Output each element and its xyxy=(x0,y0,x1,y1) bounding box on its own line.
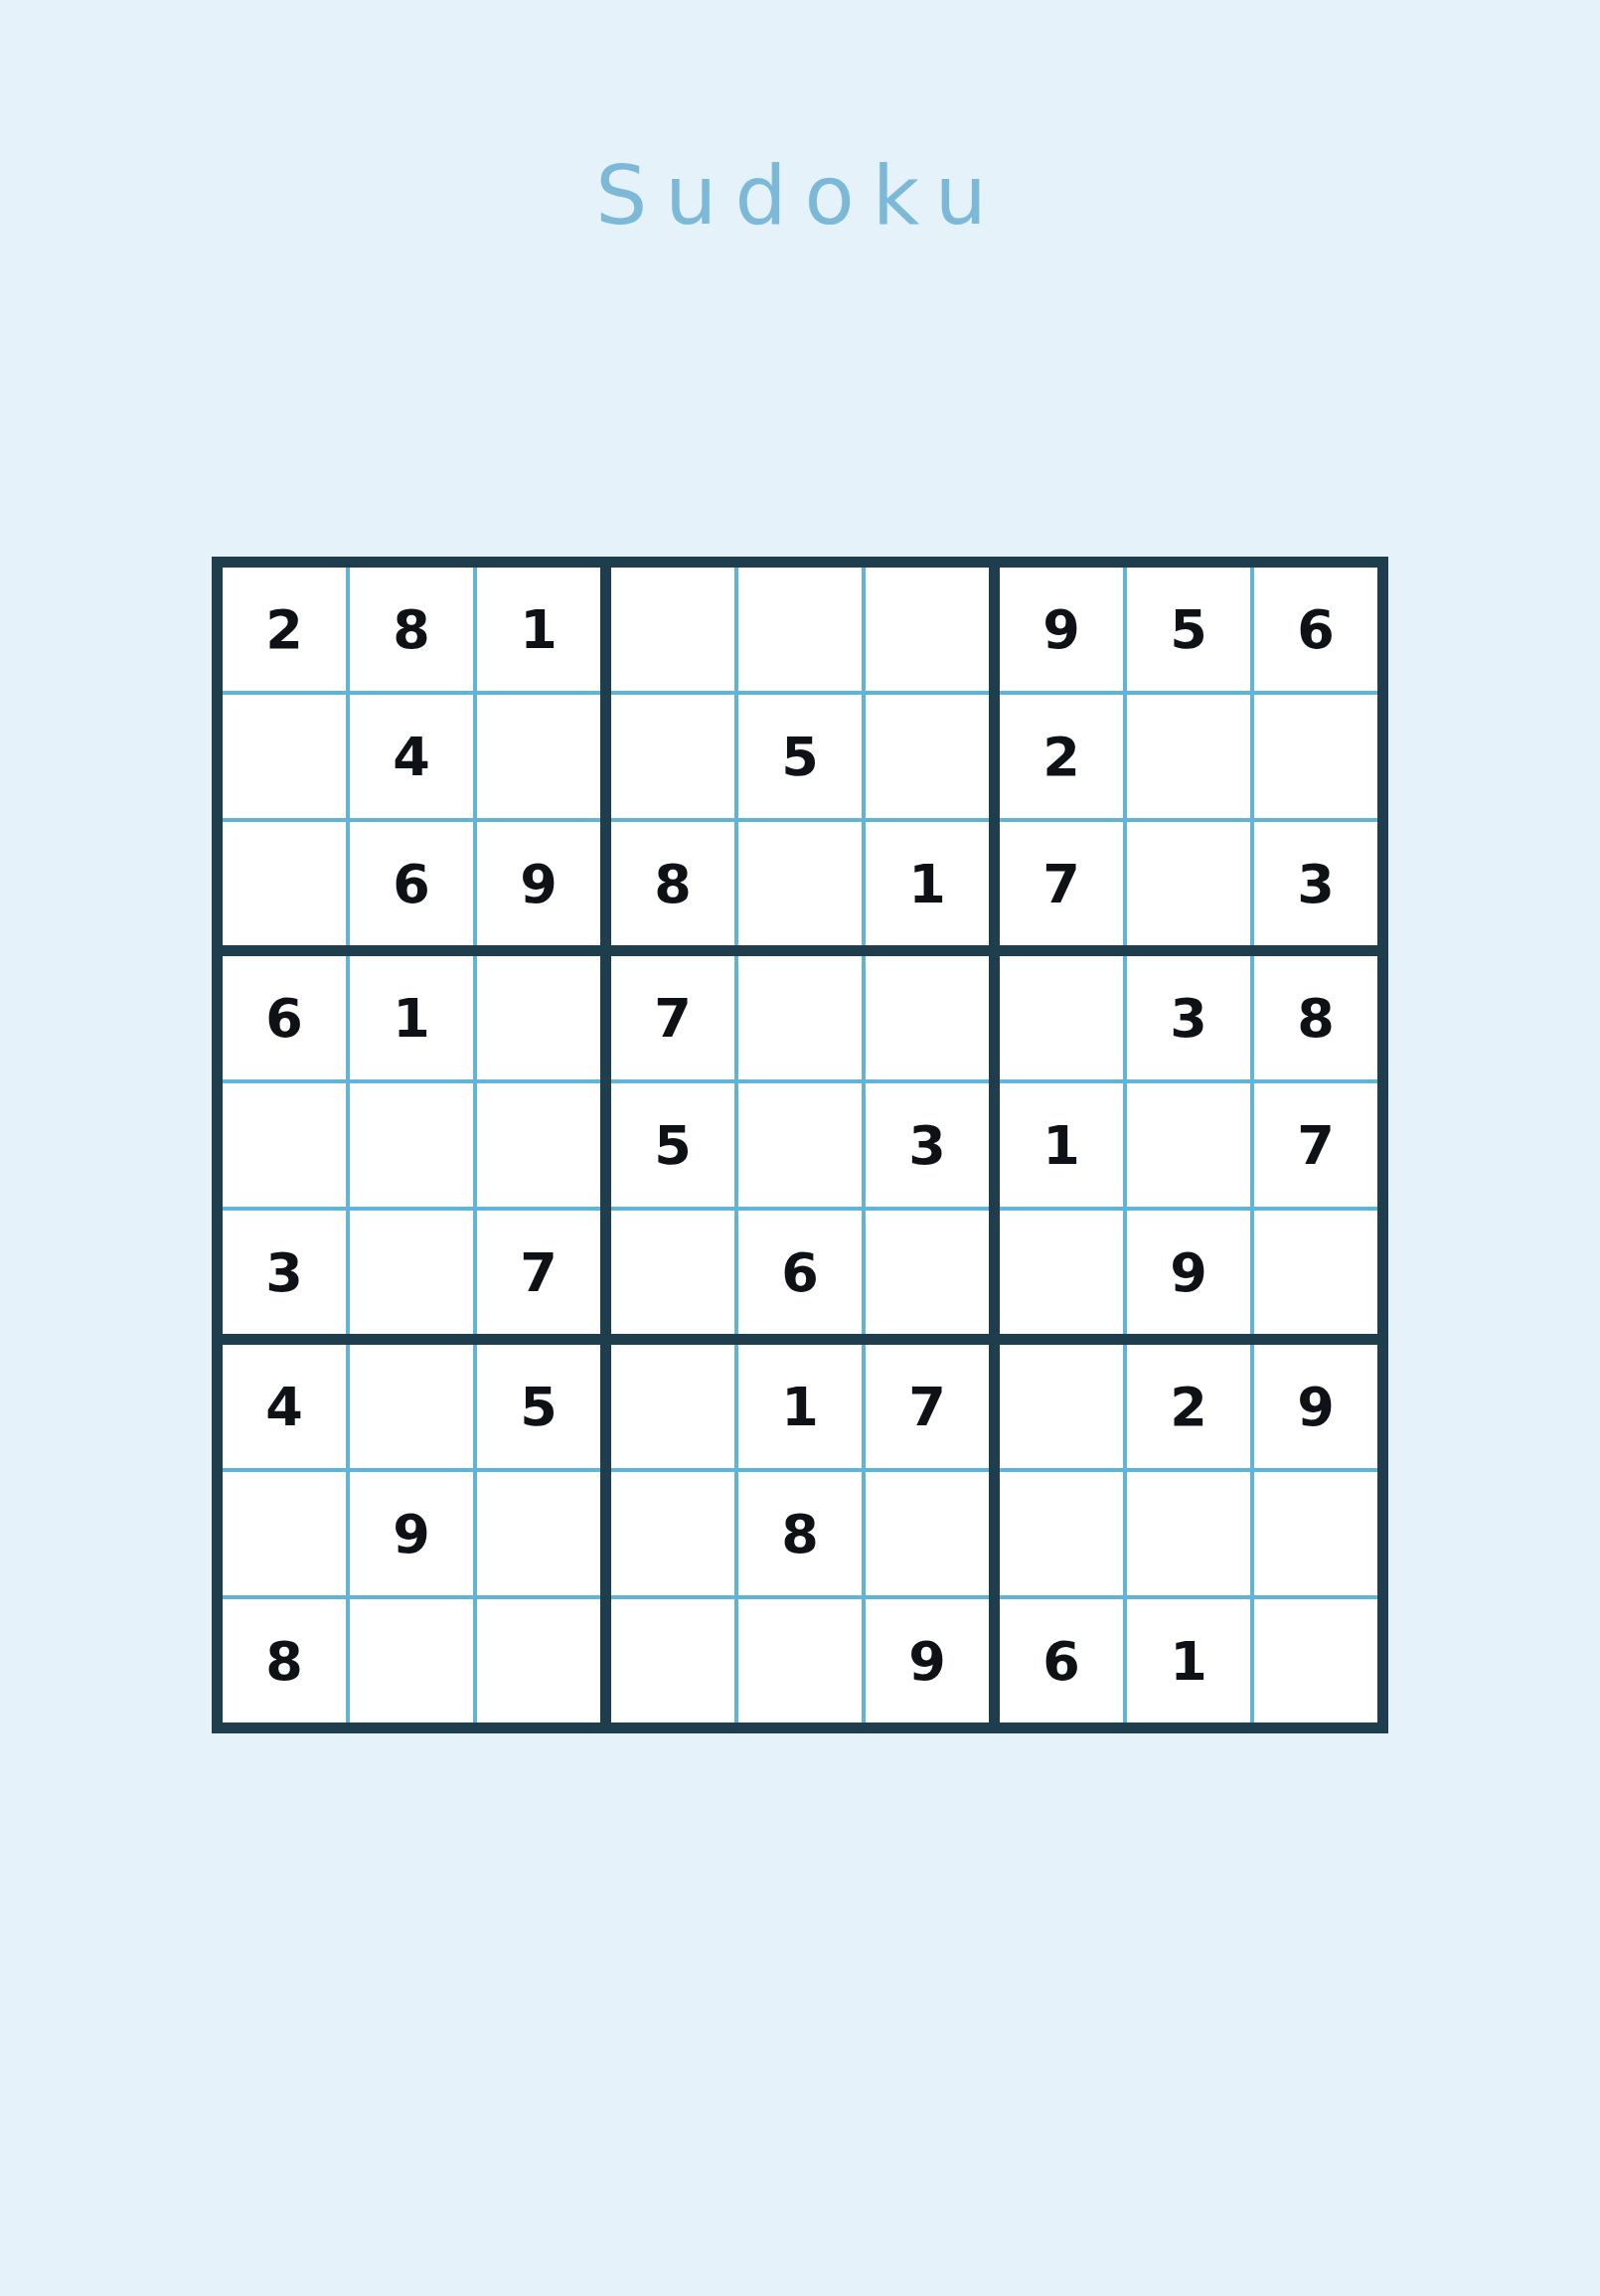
cell-r6c7[interactable] xyxy=(1000,1211,1123,1334)
cell-r7c8[interactable]: 2 xyxy=(1127,1345,1250,1468)
cell-r5c1[interactable] xyxy=(223,1083,346,1207)
cell-r5c4[interactable]: 5 xyxy=(611,1083,734,1207)
box-4: 6137 xyxy=(223,956,600,1334)
box-8: 1789 xyxy=(611,1345,989,1722)
cell-r6c1[interactable]: 3 xyxy=(223,1211,346,1334)
cell-r2c9[interactable] xyxy=(1254,695,1377,818)
cell-r2c2[interactable]: 4 xyxy=(350,695,473,818)
cell-r2c5[interactable]: 5 xyxy=(738,695,862,818)
cell-r6c6[interactable] xyxy=(866,1211,989,1334)
box-9: 2961 xyxy=(1000,1345,1377,1722)
cell-r1c9[interactable]: 6 xyxy=(1254,568,1377,691)
cell-r8c1[interactable] xyxy=(223,1472,346,1595)
cell-r3c8[interactable] xyxy=(1127,822,1250,945)
cell-r5c5[interactable] xyxy=(738,1083,862,1207)
cell-r9c7[interactable]: 6 xyxy=(1000,1599,1123,1722)
cell-r3c9[interactable]: 3 xyxy=(1254,822,1377,945)
cell-r8c2[interactable]: 9 xyxy=(350,1472,473,1595)
cell-r7c7[interactable] xyxy=(1000,1345,1123,1468)
cell-r7c4[interactable] xyxy=(611,1345,734,1468)
cell-r4c6[interactable] xyxy=(866,956,989,1079)
cell-r1c1[interactable]: 2 xyxy=(223,568,346,691)
cell-r2c7[interactable]: 2 xyxy=(1000,695,1123,818)
cell-r6c2[interactable] xyxy=(350,1211,473,1334)
box-2: 581 xyxy=(611,568,989,945)
cell-r7c9[interactable]: 9 xyxy=(1254,1345,1377,1468)
cell-r8c9[interactable] xyxy=(1254,1472,1377,1595)
cell-r1c4[interactable] xyxy=(611,568,734,691)
cell-r4c3[interactable] xyxy=(477,956,600,1079)
cell-r3c7[interactable]: 7 xyxy=(1000,822,1123,945)
cell-r2c1[interactable] xyxy=(223,695,346,818)
cell-r5c9[interactable]: 7 xyxy=(1254,1083,1377,1207)
cell-r3c6[interactable]: 1 xyxy=(866,822,989,945)
cell-r5c8[interactable] xyxy=(1127,1083,1250,1207)
cell-r3c4[interactable]: 8 xyxy=(611,822,734,945)
cell-r8c3[interactable] xyxy=(477,1472,600,1595)
cell-r5c7[interactable]: 1 xyxy=(1000,1083,1123,1207)
sudoku-board: 2814695819562736137753638179459817892961 xyxy=(212,557,1388,1733)
cell-r7c2[interactable] xyxy=(350,1345,473,1468)
cell-r4c7[interactable] xyxy=(1000,956,1123,1079)
box-5: 7536 xyxy=(611,956,989,1334)
cell-r6c9[interactable] xyxy=(1254,1211,1377,1334)
cell-r4c5[interactable] xyxy=(738,956,862,1079)
cell-r7c1[interactable]: 4 xyxy=(223,1345,346,1468)
cell-r2c8[interactable] xyxy=(1127,695,1250,818)
cell-r9c1[interactable]: 8 xyxy=(223,1599,346,1722)
cell-r8c5[interactable]: 8 xyxy=(738,1472,862,1595)
cell-r8c4[interactable] xyxy=(611,1472,734,1595)
page-title: Sudoku xyxy=(0,0,1600,237)
cell-r1c8[interactable]: 5 xyxy=(1127,568,1250,691)
cell-r9c4[interactable] xyxy=(611,1599,734,1722)
cell-r8c6[interactable] xyxy=(866,1472,989,1595)
cell-r4c4[interactable]: 7 xyxy=(611,956,734,1079)
cell-r2c4[interactable] xyxy=(611,695,734,818)
cell-r9c3[interactable] xyxy=(477,1599,600,1722)
cell-r7c6[interactable]: 7 xyxy=(866,1345,989,1468)
cell-r3c1[interactable] xyxy=(223,822,346,945)
box-3: 956273 xyxy=(1000,568,1377,945)
cell-r5c3[interactable] xyxy=(477,1083,600,1207)
cell-r4c9[interactable]: 8 xyxy=(1254,956,1377,1079)
cell-r4c8[interactable]: 3 xyxy=(1127,956,1250,1079)
cell-r1c3[interactable]: 1 xyxy=(477,568,600,691)
cell-r6c5[interactable]: 6 xyxy=(738,1211,862,1334)
cell-r6c3[interactable]: 7 xyxy=(477,1211,600,1334)
cell-r9c6[interactable]: 9 xyxy=(866,1599,989,1722)
cell-r9c2[interactable] xyxy=(350,1599,473,1722)
cell-r2c3[interactable] xyxy=(477,695,600,818)
box-7: 4598 xyxy=(223,1345,600,1722)
cell-r6c8[interactable]: 9 xyxy=(1127,1211,1250,1334)
cell-r8c7[interactable] xyxy=(1000,1472,1123,1595)
cell-r7c5[interactable]: 1 xyxy=(738,1345,862,1468)
cell-r9c5[interactable] xyxy=(738,1599,862,1722)
cell-r1c2[interactable]: 8 xyxy=(350,568,473,691)
cell-r2c6[interactable] xyxy=(866,695,989,818)
cell-r9c9[interactable] xyxy=(1254,1599,1377,1722)
cell-r3c3[interactable]: 9 xyxy=(477,822,600,945)
sudoku-page: Sudoku 281469581956273613775363817945981… xyxy=(0,0,1600,1733)
cell-r1c6[interactable] xyxy=(866,568,989,691)
cell-r9c8[interactable]: 1 xyxy=(1127,1599,1250,1722)
box-6: 38179 xyxy=(1000,956,1377,1334)
cell-r3c2[interactable]: 6 xyxy=(350,822,473,945)
cell-r4c1[interactable]: 6 xyxy=(223,956,346,1079)
cell-r1c7[interactable]: 9 xyxy=(1000,568,1123,691)
cell-r6c4[interactable] xyxy=(611,1211,734,1334)
cell-r5c6[interactable]: 3 xyxy=(866,1083,989,1207)
cell-r1c5[interactable] xyxy=(738,568,862,691)
cell-r8c8[interactable] xyxy=(1127,1472,1250,1595)
cell-r5c2[interactable] xyxy=(350,1083,473,1207)
box-1: 281469 xyxy=(223,568,600,945)
cell-r7c3[interactable]: 5 xyxy=(477,1345,600,1468)
cell-r4c2[interactable]: 1 xyxy=(350,956,473,1079)
cell-r3c5[interactable] xyxy=(738,822,862,945)
